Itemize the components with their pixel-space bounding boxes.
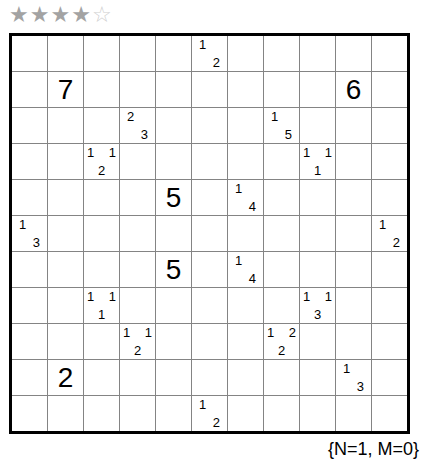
clue-digit: 1: [314, 164, 321, 177]
cell-r9c10[interactable]: [336, 324, 371, 359]
cell-r5c7[interactable]: 14: [228, 180, 263, 215]
cell-r10c2[interactable]: 2: [48, 360, 83, 395]
cell-r8c10[interactable]: [336, 288, 371, 323]
cell-r11c9[interactable]: [300, 396, 335, 431]
cell-r5c5[interactable]: 5: [156, 180, 191, 215]
clue-digit: 1: [303, 146, 310, 159]
cell-r2c10[interactable]: 6: [336, 72, 371, 107]
cell-r9c5[interactable]: [156, 324, 191, 359]
cell-r6c11[interactable]: 12: [372, 216, 407, 251]
clue-digit: 1: [235, 254, 242, 267]
cell-r7c7[interactable]: 14: [228, 252, 263, 287]
cell-r6c6[interactable]: [192, 216, 227, 251]
cell-r2c1[interactable]: [12, 72, 47, 107]
clue-digit: 3: [314, 308, 321, 321]
clue-digit: 5: [156, 252, 191, 287]
cell-r7c6[interactable]: [192, 252, 227, 287]
clue-digit: 1: [145, 326, 152, 339]
cell-r10c9[interactable]: [300, 360, 335, 395]
cell-r6c1[interactable]: 13: [12, 216, 47, 251]
clue-digit: 1: [87, 146, 94, 159]
cell-r8c7[interactable]: [228, 288, 263, 323]
cell-r11c8[interactable]: [264, 396, 299, 431]
clue-digit: 4: [249, 200, 256, 213]
cell-r8c6[interactable]: [192, 288, 227, 323]
cell-r2c2[interactable]: 7: [48, 72, 83, 107]
clue-digit: 1: [123, 326, 130, 339]
cell-r1c3[interactable]: [84, 36, 119, 71]
clue-digit: 1: [87, 290, 94, 303]
cell-r6c4[interactable]: [120, 216, 155, 251]
cell-r9c8[interactable]: 122: [264, 324, 299, 359]
cell-r7c3[interactable]: [84, 252, 119, 287]
cell-r3c10[interactable]: [336, 108, 371, 143]
cell-r3c5[interactable]: [156, 108, 191, 143]
cell-r1c11[interactable]: [372, 36, 407, 71]
cell-r5c6[interactable]: [192, 180, 227, 215]
difficulty-rating: ★★★★☆: [9, 0, 113, 30]
clue-digit: 1: [343, 362, 350, 375]
clue-digit: 1: [325, 146, 332, 159]
clue-digit: 2: [393, 236, 400, 249]
cell-r5c3[interactable]: [84, 180, 119, 215]
cell-r3c6[interactable]: [192, 108, 227, 143]
cell-r7c11[interactable]: [372, 252, 407, 287]
cell-r6c9[interactable]: [300, 216, 335, 251]
clue-digit: 4: [249, 272, 256, 285]
cell-r9c3[interactable]: [84, 324, 119, 359]
cell-r1c9[interactable]: [300, 36, 335, 71]
cell-r2c11[interactable]: [372, 72, 407, 107]
cell-r11c11[interactable]: [372, 396, 407, 431]
clue-digit: 2: [127, 110, 134, 123]
cell-r8c9[interactable]: 131: [300, 288, 335, 323]
cell-r9c4[interactable]: 121: [120, 324, 155, 359]
cell-r4c2[interactable]: [48, 144, 83, 179]
cell-r4c8[interactable]: [264, 144, 299, 179]
tapa-board: 1276231512111151413125141111311211222131…: [9, 33, 410, 434]
clue-digit: 1: [98, 308, 105, 321]
cell-r1c8[interactable]: [264, 36, 299, 71]
clue-digit: 1: [19, 218, 26, 231]
clue-digit: 2: [134, 344, 141, 357]
cell-r9c2[interactable]: [48, 324, 83, 359]
cell-r5c2[interactable]: [48, 180, 83, 215]
cell-r4c6[interactable]: [192, 144, 227, 179]
cell-r7c10[interactable]: [336, 252, 371, 287]
star-empty-icon: ☆: [92, 2, 113, 27]
cell-r8c1[interactable]: [12, 288, 47, 323]
cell-r1c5[interactable]: [156, 36, 191, 71]
clue-digit: 2: [98, 164, 105, 177]
cell-r11c2[interactable]: [48, 396, 83, 431]
cell-r5c9[interactable]: [300, 180, 335, 215]
cell-r3c3[interactable]: [84, 108, 119, 143]
cell-r5c1[interactable]: [12, 180, 47, 215]
cell-r11c1[interactable]: [12, 396, 47, 431]
cell-r1c6[interactable]: 12: [192, 36, 227, 71]
cell-r8c2[interactable]: [48, 288, 83, 323]
clue-digit: 5: [285, 128, 292, 141]
cell-r5c10[interactable]: [336, 180, 371, 215]
cell-r2c8[interactable]: [264, 72, 299, 107]
cell-r8c11[interactable]: [372, 288, 407, 323]
cell-r2c3[interactable]: [84, 72, 119, 107]
cell-r10c8[interactable]: [264, 360, 299, 395]
star-filled-icons: ★★★★: [9, 2, 92, 27]
clue-digit: 1: [109, 146, 116, 159]
cell-r7c2[interactable]: [48, 252, 83, 287]
cell-r7c8[interactable]: [264, 252, 299, 287]
clue-digit: 3: [33, 236, 40, 249]
cell-r4c4[interactable]: [120, 144, 155, 179]
clue-digit: 2: [213, 56, 220, 69]
cell-r5c11[interactable]: [372, 180, 407, 215]
clue-digit: 2: [278, 344, 285, 357]
cell-r10c7[interactable]: [228, 360, 263, 395]
cell-r3c9[interactable]: [300, 108, 335, 143]
cell-r11c4[interactable]: [120, 396, 155, 431]
clue-digit: 3: [141, 128, 148, 141]
cell-r1c2[interactable]: [48, 36, 83, 71]
cell-r2c6[interactable]: [192, 72, 227, 107]
cell-r4c11[interactable]: [372, 144, 407, 179]
clue-digit: 1: [267, 326, 274, 339]
cell-r2c7[interactable]: [228, 72, 263, 107]
cell-r4c10[interactable]: [336, 144, 371, 179]
cell-r11c7[interactable]: [228, 396, 263, 431]
tapa-puzzle-page: ★★★★☆ 1276231512111151413125141111311211…: [0, 0, 426, 476]
cell-r5c8[interactable]: [264, 180, 299, 215]
cell-r2c9[interactable]: [300, 72, 335, 107]
cell-r10c10[interactable]: 13: [336, 360, 371, 395]
clue-digit: 2: [289, 326, 296, 339]
cell-r4c5[interactable]: [156, 144, 191, 179]
cell-r8c3[interactable]: 111: [84, 288, 119, 323]
cell-r10c6[interactable]: [192, 360, 227, 395]
cell-r1c10[interactable]: [336, 36, 371, 71]
cell-r7c9[interactable]: [300, 252, 335, 287]
cell-r4c7[interactable]: [228, 144, 263, 179]
clue-digit: 1: [379, 218, 386, 231]
clue-digit: 3: [357, 380, 364, 393]
cell-r8c8[interactable]: [264, 288, 299, 323]
clue-digit: 1: [325, 290, 332, 303]
cell-r1c1[interactable]: [12, 36, 47, 71]
cell-r3c4[interactable]: 23: [120, 108, 155, 143]
cell-r11c5[interactable]: [156, 396, 191, 431]
cell-r6c7[interactable]: [228, 216, 263, 251]
cell-r7c5[interactable]: 5: [156, 252, 191, 287]
cell-r1c4[interactable]: [120, 36, 155, 71]
cell-r9c7[interactable]: [228, 324, 263, 359]
clue-digit: 1: [271, 110, 278, 123]
cell-r10c11[interactable]: [372, 360, 407, 395]
cell-r9c11[interactable]: [372, 324, 407, 359]
cell-r8c5[interactable]: [156, 288, 191, 323]
cell-r3c7[interactable]: [228, 108, 263, 143]
cell-r9c6[interactable]: [192, 324, 227, 359]
clue-digit: 2: [213, 416, 220, 429]
cell-r4c3[interactable]: 121: [84, 144, 119, 179]
clue-digit: 1: [235, 182, 242, 195]
cell-r10c5[interactable]: [156, 360, 191, 395]
cell-r11c3[interactable]: [84, 396, 119, 431]
cell-r8c4[interactable]: [120, 288, 155, 323]
cell-r7c1[interactable]: [12, 252, 47, 287]
cell-r6c10[interactable]: [336, 216, 371, 251]
cell-r9c9[interactable]: [300, 324, 335, 359]
cell-r6c3[interactable]: [84, 216, 119, 251]
clue-digit: 1: [199, 398, 206, 411]
cell-r2c5[interactable]: [156, 72, 191, 107]
clue-digit: 6: [336, 72, 371, 107]
clue-digit: 1: [109, 290, 116, 303]
cell-r10c1[interactable]: [12, 360, 47, 395]
cell-r5c4[interactable]: [120, 180, 155, 215]
cell-r6c2[interactable]: [48, 216, 83, 251]
clue-digit: 5: [156, 180, 191, 215]
cell-r2c4[interactable]: [120, 72, 155, 107]
clue-digit: 7: [48, 72, 83, 107]
cell-r4c1[interactable]: [12, 144, 47, 179]
cell-r6c8[interactable]: [264, 216, 299, 251]
cell-r11c6[interactable]: 12: [192, 396, 227, 431]
cell-r7c4[interactable]: [120, 252, 155, 287]
cell-r9c1[interactable]: [12, 324, 47, 359]
cell-r3c1[interactable]: [12, 108, 47, 143]
clue-digit: 1: [303, 290, 310, 303]
cell-r3c2[interactable]: [48, 108, 83, 143]
cell-r4c9[interactable]: 111: [300, 144, 335, 179]
cell-r1c7[interactable]: [228, 36, 263, 71]
clue-digit: 1: [199, 38, 206, 51]
clue-digit: 2: [48, 360, 83, 395]
cell-r10c4[interactable]: [120, 360, 155, 395]
cell-r11c10[interactable]: [336, 396, 371, 431]
cell-r3c8[interactable]: 15: [264, 108, 299, 143]
cell-r10c3[interactable]: [84, 360, 119, 395]
cell-r3c11[interactable]: [372, 108, 407, 143]
cell-r6c5[interactable]: [156, 216, 191, 251]
variant-note: {N=1, M=0}: [328, 439, 419, 460]
